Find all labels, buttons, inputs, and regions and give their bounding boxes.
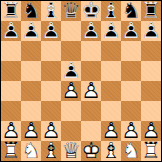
black-pawn-outline: ♙: [101, 21, 121, 41]
piece-black-pawn[interactable]: ♟♙: [21, 21, 41, 41]
square-c7[interactable]: ♟♙: [41, 21, 61, 41]
square-e6[interactable]: [81, 41, 101, 61]
square-f1[interactable]: ♝♗: [101, 141, 121, 161]
black-pawn-outline: ♙: [81, 21, 101, 41]
square-g6[interactable]: [121, 41, 141, 61]
piece-white-king[interactable]: ♚♔: [81, 141, 101, 161]
square-c4[interactable]: [41, 81, 61, 101]
white-queen-outline: ♕: [61, 141, 81, 161]
piece-black-pawn[interactable]: ♟♙: [101, 21, 121, 41]
piece-white-rook[interactable]: ♜♖: [1, 141, 21, 161]
square-b6[interactable]: [21, 41, 41, 61]
square-b5[interactable]: [21, 61, 41, 81]
square-a6[interactable]: [1, 41, 21, 61]
square-h4[interactable]: [141, 81, 161, 101]
square-f4[interactable]: [101, 81, 121, 101]
square-a5[interactable]: [1, 61, 21, 81]
piece-white-pawn[interactable]: ♟♙: [61, 81, 81, 101]
black-pawn-outline: ♙: [121, 21, 141, 41]
piece-black-pawn[interactable]: ♟♙: [1, 21, 21, 41]
square-d4[interactable]: ♟♙: [61, 81, 81, 101]
white-pawn-outline: ♙: [61, 81, 81, 101]
square-f6[interactable]: [101, 41, 121, 61]
square-c1[interactable]: ♝♗: [41, 141, 61, 161]
piece-white-pawn[interactable]: ♟♙: [81, 81, 101, 101]
square-e4[interactable]: ♟♙: [81, 81, 101, 101]
square-h6[interactable]: [141, 41, 161, 61]
piece-black-pawn[interactable]: ♟♙: [121, 21, 141, 41]
black-pawn-outline: ♙: [41, 21, 61, 41]
square-g7[interactable]: ♟♙: [121, 21, 141, 41]
white-knight-outline: ♘: [121, 141, 141, 161]
square-d8[interactable]: ♛♕: [61, 1, 81, 21]
square-d3[interactable]: [61, 101, 81, 121]
square-d7[interactable]: [61, 21, 81, 41]
piece-white-queen[interactable]: ♛♕: [61, 141, 81, 161]
white-rook-outline: ♖: [1, 141, 21, 161]
square-e1[interactable]: ♚♔: [81, 141, 101, 161]
square-h1[interactable]: ♜♖: [141, 141, 161, 161]
piece-white-bishop[interactable]: ♝♗: [101, 141, 121, 161]
piece-white-knight[interactable]: ♞♘: [121, 141, 141, 161]
white-pawn-outline: ♙: [81, 81, 101, 101]
white-knight-outline: ♘: [21, 141, 41, 161]
piece-white-knight[interactable]: ♞♘: [21, 141, 41, 161]
piece-black-pawn[interactable]: ♟♙: [141, 21, 161, 41]
chess-board: ♜♖♞♘♝♗♛♕♚♔♝♗♞♘♜♖♟♙♟♙♟♙♟♙♟♙♟♙♟♙♟♙♟♙♟♙♟♙♟♙…: [0, 0, 162, 162]
piece-black-pawn[interactable]: ♟♙: [81, 21, 101, 41]
black-pawn-outline: ♙: [21, 21, 41, 41]
square-a7[interactable]: ♟♙: [1, 21, 21, 41]
square-f5[interactable]: [101, 61, 121, 81]
white-rook-outline: ♖: [141, 141, 161, 161]
white-king-outline: ♔: [81, 141, 101, 161]
square-c6[interactable]: [41, 41, 61, 61]
black-pawn-outline: ♙: [1, 21, 21, 41]
square-d1[interactable]: ♛♕: [61, 141, 81, 161]
square-g4[interactable]: [121, 81, 141, 101]
piece-black-pawn[interactable]: ♟♙: [41, 21, 61, 41]
square-b1[interactable]: ♞♘: [21, 141, 41, 161]
square-g1[interactable]: ♞♘: [121, 141, 141, 161]
white-bishop-outline: ♗: [101, 141, 121, 161]
square-f7[interactable]: ♟♙: [101, 21, 121, 41]
piece-white-bishop[interactable]: ♝♗: [41, 141, 61, 161]
square-c5[interactable]: [41, 61, 61, 81]
black-pawn-outline: ♙: [141, 21, 161, 41]
square-b4[interactable]: [21, 81, 41, 101]
black-queen-outline: ♕: [61, 1, 81, 21]
square-a4[interactable]: [1, 81, 21, 101]
square-h5[interactable]: [141, 61, 161, 81]
square-a1[interactable]: ♜♖: [1, 141, 21, 161]
piece-black-queen[interactable]: ♛♕: [61, 1, 81, 21]
square-g5[interactable]: [121, 61, 141, 81]
square-h7[interactable]: ♟♙: [141, 21, 161, 41]
square-b7[interactable]: ♟♙: [21, 21, 41, 41]
square-e7[interactable]: ♟♙: [81, 21, 101, 41]
square-e3[interactable]: [81, 101, 101, 121]
white-bishop-outline: ♗: [41, 141, 61, 161]
piece-white-rook[interactable]: ♜♖: [141, 141, 161, 161]
